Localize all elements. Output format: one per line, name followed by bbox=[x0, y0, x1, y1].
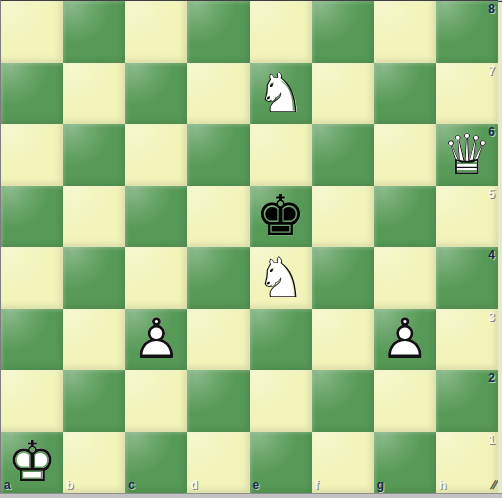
square-g3[interactable]: ♟♙ bbox=[374, 309, 436, 371]
rank-label-7: 7 bbox=[488, 65, 495, 77]
square-e5[interactable]: ♚ bbox=[250, 186, 312, 248]
square-h2[interactable]: 2 bbox=[436, 370, 498, 432]
rank-label-8: 8 bbox=[488, 3, 495, 15]
square-d4[interactable] bbox=[187, 247, 249, 309]
square-a3[interactable] bbox=[1, 309, 63, 371]
white-knight-outline: ♘ bbox=[252, 64, 310, 122]
white-pawn[interactable]: ♟♙ bbox=[376, 310, 434, 368]
black-king-glyph: ♚ bbox=[252, 187, 310, 245]
square-d7[interactable] bbox=[187, 63, 249, 125]
square-g7[interactable] bbox=[374, 63, 436, 125]
square-b7[interactable] bbox=[63, 63, 125, 125]
square-a5[interactable] bbox=[1, 186, 63, 248]
file-label-h: h bbox=[439, 479, 446, 491]
square-c6[interactable] bbox=[125, 124, 187, 186]
square-f2[interactable] bbox=[312, 370, 374, 432]
square-f5[interactable] bbox=[312, 186, 374, 248]
square-h5[interactable]: 5 bbox=[436, 186, 498, 248]
square-e6[interactable] bbox=[250, 124, 312, 186]
white-queen-outline: ♕ bbox=[438, 126, 496, 184]
board-bottom-strip bbox=[0, 493, 502, 498]
board-right-bevel bbox=[498, 1, 502, 493]
square-c8[interactable] bbox=[125, 1, 187, 63]
file-label-e: e bbox=[253, 479, 260, 491]
file-label-c: c bbox=[128, 479, 135, 491]
square-a2[interactable] bbox=[1, 370, 63, 432]
square-g6[interactable] bbox=[374, 124, 436, 186]
white-pawn-outline: ♙ bbox=[376, 310, 434, 368]
square-a4[interactable] bbox=[1, 247, 63, 309]
square-e2[interactable] bbox=[250, 370, 312, 432]
square-a1[interactable]: ♚♔a bbox=[1, 432, 63, 494]
square-h1[interactable]: 1h// bbox=[436, 432, 498, 494]
white-pawn[interactable]: ♟♙ bbox=[127, 310, 185, 368]
square-h8[interactable]: 8 bbox=[436, 1, 498, 63]
white-pawn-outline: ♙ bbox=[127, 310, 185, 368]
square-c4[interactable] bbox=[125, 247, 187, 309]
square-b1[interactable]: b bbox=[63, 432, 125, 494]
square-a8[interactable] bbox=[1, 1, 63, 63]
square-f7[interactable] bbox=[312, 63, 374, 125]
square-e8[interactable] bbox=[250, 1, 312, 63]
square-d2[interactable] bbox=[187, 370, 249, 432]
square-g4[interactable] bbox=[374, 247, 436, 309]
chess-diagram: 8♞♘7♛♕6♚5♞♘4♟♙♟♙32♚♔abcdefg1h// bbox=[0, 0, 502, 498]
square-c7[interactable] bbox=[125, 63, 187, 125]
square-b4[interactable] bbox=[63, 247, 125, 309]
square-f1[interactable]: f bbox=[312, 432, 374, 494]
file-label-f: f bbox=[315, 479, 319, 491]
square-d5[interactable] bbox=[187, 186, 249, 248]
square-d3[interactable] bbox=[187, 309, 249, 371]
square-d6[interactable] bbox=[187, 124, 249, 186]
square-f4[interactable] bbox=[312, 247, 374, 309]
square-d8[interactable] bbox=[187, 1, 249, 63]
white-knight[interactable]: ♞♘ bbox=[252, 249, 310, 307]
square-b5[interactable] bbox=[63, 186, 125, 248]
white-knight-outline: ♘ bbox=[252, 249, 310, 307]
square-f3[interactable] bbox=[312, 309, 374, 371]
square-c5[interactable] bbox=[125, 186, 187, 248]
white-queen[interactable]: ♛♕ bbox=[438, 126, 496, 184]
black-king[interactable]: ♚ bbox=[252, 187, 310, 245]
square-a7[interactable] bbox=[1, 63, 63, 125]
rank-label-3: 3 bbox=[488, 311, 495, 323]
square-h6[interactable]: ♛♕6 bbox=[436, 124, 498, 186]
square-b8[interactable] bbox=[63, 1, 125, 63]
square-d1[interactable]: d bbox=[187, 432, 249, 494]
square-b2[interactable] bbox=[63, 370, 125, 432]
rank-label-5: 5 bbox=[488, 188, 495, 200]
square-f8[interactable] bbox=[312, 1, 374, 63]
square-e4[interactable]: ♞♘ bbox=[250, 247, 312, 309]
file-label-d: d bbox=[190, 479, 197, 491]
square-e1[interactable]: e bbox=[250, 432, 312, 494]
square-e7[interactable]: ♞♘ bbox=[250, 63, 312, 125]
file-label-g: g bbox=[377, 479, 384, 491]
white-king-outline: ♔ bbox=[3, 433, 61, 491]
chess-board: 8♞♘7♛♕6♚5♞♘4♟♙♟♙32♚♔abcdefg1h// bbox=[0, 0, 498, 493]
square-g2[interactable] bbox=[374, 370, 436, 432]
rank-label-4: 4 bbox=[488, 249, 495, 261]
white-king[interactable]: ♚♔ bbox=[3, 433, 61, 491]
file-label-b: b bbox=[66, 479, 73, 491]
square-e3[interactable] bbox=[250, 309, 312, 371]
square-g1[interactable]: g bbox=[374, 432, 436, 494]
square-b6[interactable] bbox=[63, 124, 125, 186]
square-h3[interactable]: 3 bbox=[436, 309, 498, 371]
square-b3[interactable] bbox=[63, 309, 125, 371]
white-knight[interactable]: ♞♘ bbox=[252, 64, 310, 122]
square-g5[interactable] bbox=[374, 186, 436, 248]
rank-label-1: 1 bbox=[488, 434, 495, 446]
square-c1[interactable]: c bbox=[125, 432, 187, 494]
square-h4[interactable]: 4 bbox=[436, 247, 498, 309]
side-to-move-indicator: // bbox=[490, 478, 498, 492]
square-a6[interactable] bbox=[1, 124, 63, 186]
square-h7[interactable]: 7 bbox=[436, 63, 498, 125]
rank-label-2: 2 bbox=[488, 372, 495, 384]
square-f6[interactable] bbox=[312, 124, 374, 186]
square-c2[interactable] bbox=[125, 370, 187, 432]
square-c3[interactable]: ♟♙ bbox=[125, 309, 187, 371]
square-g8[interactable] bbox=[374, 1, 436, 63]
